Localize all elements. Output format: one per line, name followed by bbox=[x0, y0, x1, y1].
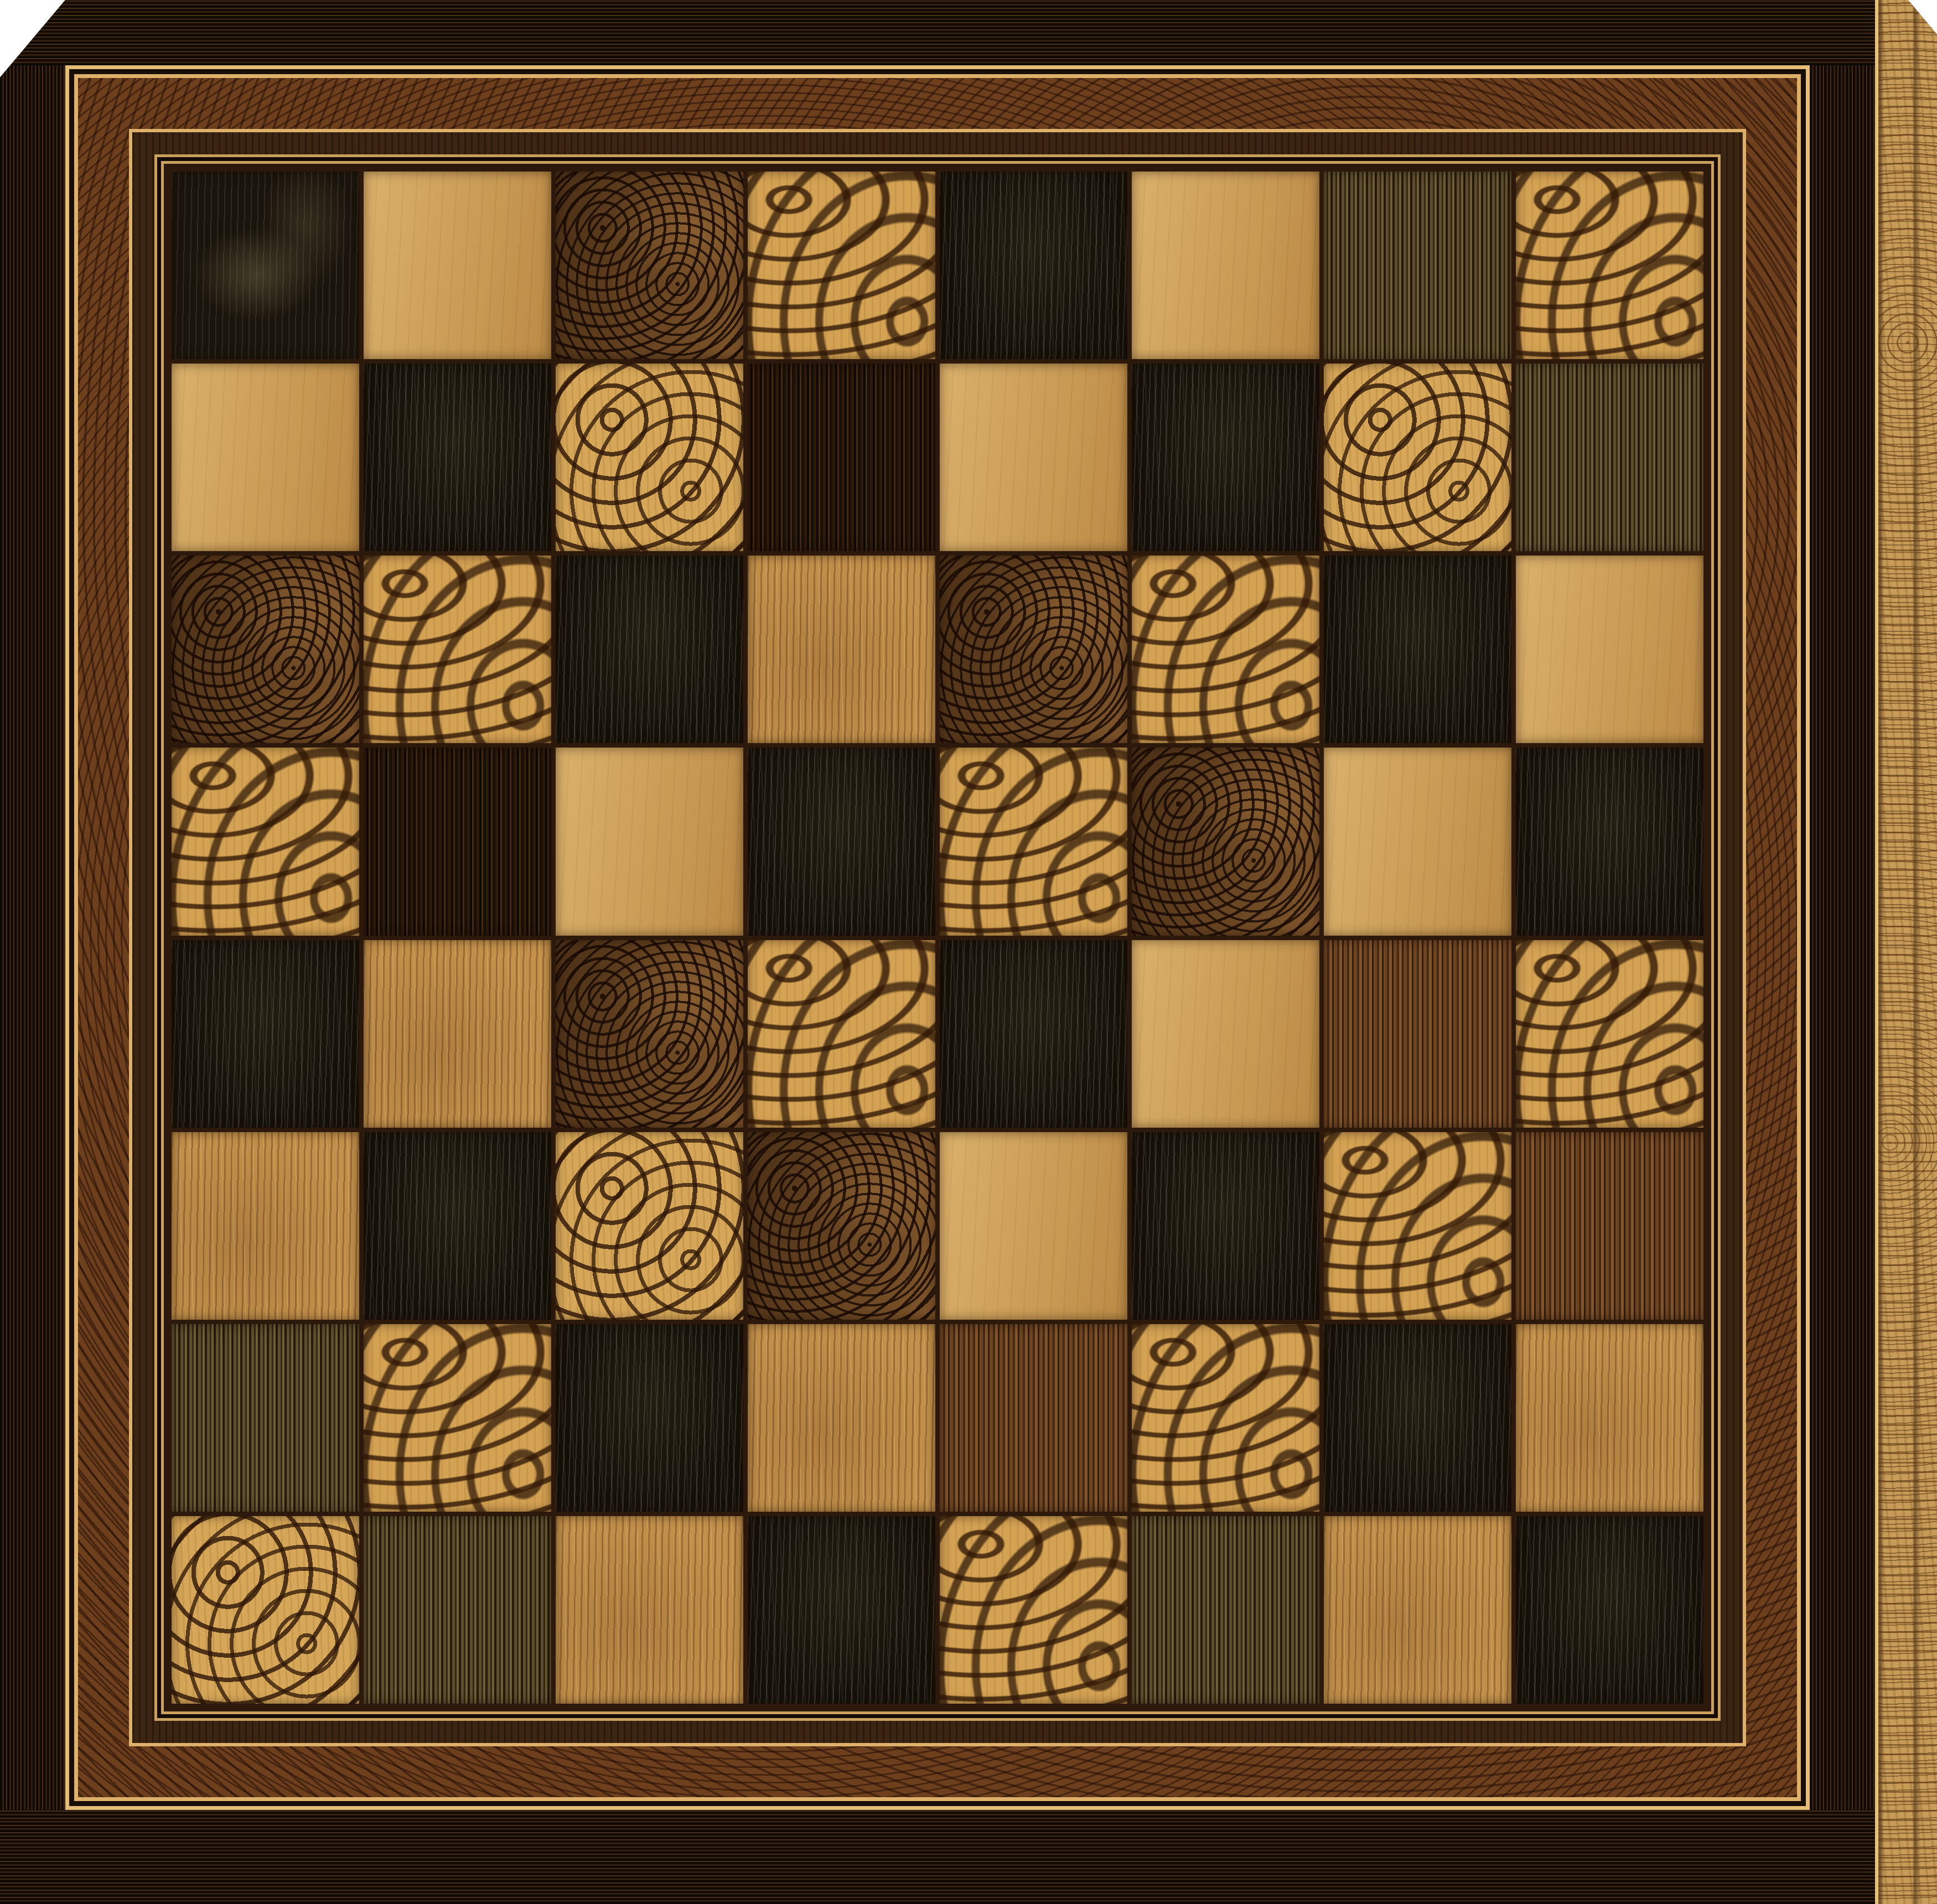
square-e6 bbox=[940, 556, 1127, 743]
square-f6 bbox=[1132, 556, 1319, 743]
square-f1 bbox=[1132, 1516, 1319, 1704]
square-a7 bbox=[172, 364, 359, 551]
square-a1 bbox=[172, 1516, 359, 1704]
square-c8 bbox=[556, 172, 743, 359]
square-f5 bbox=[1132, 748, 1319, 935]
square-a5 bbox=[172, 748, 359, 935]
outer-frame-band-top bbox=[0, 0, 1875, 65]
outer-frame-band-right bbox=[1810, 65, 1875, 1810]
square-f2 bbox=[1132, 1324, 1319, 1512]
square-c6 bbox=[556, 556, 743, 743]
square-d8 bbox=[748, 172, 935, 359]
stringing-line-outer bbox=[65, 65, 1810, 1810]
square-d6 bbox=[748, 556, 935, 743]
square-c5 bbox=[556, 748, 743, 935]
square-c1 bbox=[556, 1516, 743, 1704]
square-d5 bbox=[748, 748, 935, 935]
square-a8 bbox=[172, 172, 359, 359]
square-d1 bbox=[748, 1516, 935, 1704]
square-a4 bbox=[172, 940, 359, 1128]
square-c3 bbox=[556, 1132, 743, 1320]
square-e3 bbox=[940, 1132, 1127, 1320]
stringing-line-3 bbox=[129, 129, 1746, 1746]
outer-frame-band-left bbox=[0, 65, 65, 1810]
square-e1 bbox=[940, 1516, 1127, 1704]
table-edge-birdseye-strip bbox=[1875, 0, 1937, 1904]
square-b3 bbox=[364, 1132, 551, 1320]
chessboard-photo bbox=[0, 0, 1937, 1904]
stringing-line-4 bbox=[154, 154, 1721, 1721]
square-d2 bbox=[748, 1324, 935, 1512]
square-e8 bbox=[940, 172, 1127, 359]
square-h8 bbox=[1516, 172, 1703, 359]
square-h5 bbox=[1516, 748, 1703, 935]
square-g2 bbox=[1324, 1324, 1511, 1512]
square-h6 bbox=[1516, 556, 1703, 743]
square-g4 bbox=[1324, 940, 1511, 1128]
stringing-line-2 bbox=[74, 74, 1801, 1801]
square-h7 bbox=[1516, 364, 1703, 551]
square-g6 bbox=[1324, 556, 1511, 743]
square-c2 bbox=[556, 1324, 743, 1512]
outer-frame-band-bottom bbox=[0, 1810, 1875, 1904]
square-a3 bbox=[172, 1132, 359, 1320]
square-f8 bbox=[1132, 172, 1319, 359]
square-g3 bbox=[1324, 1132, 1511, 1320]
square-h4 bbox=[1516, 940, 1703, 1128]
square-g8 bbox=[1324, 172, 1511, 359]
square-b6 bbox=[364, 556, 551, 743]
square-a2 bbox=[172, 1324, 359, 1512]
square-d3 bbox=[748, 1132, 935, 1320]
square-g7 bbox=[1324, 364, 1511, 551]
square-g5 bbox=[1324, 748, 1511, 935]
square-c7 bbox=[556, 364, 743, 551]
square-c4 bbox=[556, 940, 743, 1128]
square-b2 bbox=[364, 1324, 551, 1512]
board-field bbox=[164, 164, 1711, 1711]
square-h2 bbox=[1516, 1324, 1703, 1512]
square-b7 bbox=[364, 364, 551, 551]
square-f4 bbox=[1132, 940, 1319, 1128]
square-e5 bbox=[940, 748, 1127, 935]
square-d7 bbox=[748, 364, 935, 551]
square-e2 bbox=[940, 1324, 1127, 1512]
square-f7 bbox=[1132, 364, 1319, 551]
square-h1 bbox=[1516, 1516, 1703, 1704]
ebony-line-outer bbox=[69, 69, 1806, 1806]
square-e7 bbox=[940, 364, 1127, 551]
square-f3 bbox=[1132, 1132, 1319, 1320]
square-d4 bbox=[748, 940, 935, 1128]
table-top bbox=[0, 0, 1937, 1904]
square-g1 bbox=[1324, 1516, 1511, 1704]
amboyna-burl-border bbox=[78, 78, 1797, 1797]
square-h3 bbox=[1516, 1132, 1703, 1320]
square-b4 bbox=[364, 940, 551, 1128]
square-b1 bbox=[364, 1516, 551, 1704]
walnut-border-band bbox=[132, 132, 1743, 1743]
square-b5 bbox=[364, 748, 551, 935]
square-a6 bbox=[172, 556, 359, 743]
ebony-line-inner bbox=[157, 157, 1718, 1718]
square-e4 bbox=[940, 940, 1127, 1128]
stringing-line-inner bbox=[161, 161, 1714, 1714]
square-b8 bbox=[364, 172, 551, 359]
